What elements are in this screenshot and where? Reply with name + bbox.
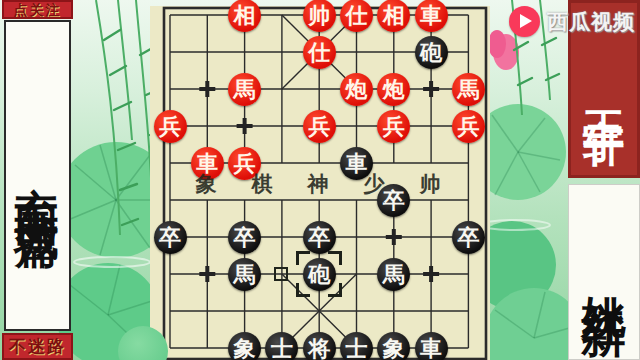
piece-red-soldier[interactable]: 兵 [452, 110, 485, 143]
xigua-video-logo[interactable]: 西瓜视频 [509, 6, 635, 37]
piece-black-horse[interactable]: 馬 [228, 258, 261, 291]
river-watermark-char: 少 [360, 170, 388, 198]
logo-label: 西瓜视频 [547, 8, 635, 36]
piece-black-soldier[interactable]: 卒 [303, 221, 336, 254]
piece-black-cannon[interactable]: 砲 [303, 258, 336, 291]
piece-red-advisor[interactable]: 仕 [303, 36, 336, 69]
piece-black-cannon[interactable]: 砲 [415, 36, 448, 69]
series-title: 弃车围城篇 [6, 151, 69, 201]
black-player-box: 姚红新 [568, 184, 640, 360]
black-player-name: 姚红新 [574, 262, 634, 283]
river-watermark-char: 棋 [248, 170, 276, 198]
piece-red-soldier[interactable]: 兵 [377, 110, 410, 143]
piece-red-elephant[interactable]: 相 [377, 0, 410, 32]
piece-black-chariot[interactable]: 車 [415, 332, 448, 360]
no-lost-banner[interactable]: 不迷路 [2, 333, 73, 360]
piece-red-horse[interactable]: 馬 [452, 73, 485, 106]
follow-banner[interactable]: 点关注 [2, 0, 73, 19]
piece-red-chariot[interactable]: 車 [415, 0, 448, 32]
piece-red-soldier[interactable]: 兵 [154, 110, 187, 143]
river-watermark-char: 帅 [416, 170, 444, 198]
piece-red-cannon[interactable]: 炮 [340, 73, 373, 106]
piece-red-cannon[interactable]: 炮 [377, 73, 410, 106]
river-watermark-char: 神 [304, 170, 332, 198]
no-lost-banner-label: 不迷路 [9, 336, 66, 356]
piece-black-soldier[interactable]: 卒 [452, 221, 485, 254]
piece-black-king[interactable]: 将 [303, 332, 336, 360]
piece-black-soldier[interactable]: 卒 [228, 221, 261, 254]
piece-red-elephant[interactable]: 相 [228, 0, 261, 32]
piece-black-soldier[interactable]: 卒 [154, 221, 187, 254]
red-player-name: 王宇轩 [569, 79, 639, 100]
play-icon [520, 14, 532, 28]
piece-red-advisor[interactable]: 仕 [340, 0, 373, 32]
logo-circle [509, 6, 540, 37]
follow-banner-label: 点关注 [14, 2, 62, 18]
piece-black-advisor[interactable]: 士 [340, 332, 373, 360]
series-title-box: 弃车围城篇 [4, 20, 71, 331]
piece-red-horse[interactable]: 馬 [228, 73, 261, 106]
piece-red-king[interactable]: 帅 [303, 0, 336, 32]
xiangqi-board[interactable]: 相帅仕相車仕馬炮炮馬兵兵兵兵車兵砲車卒卒卒卒卒馬砲馬象士将士象車象棋神少帅 [150, 6, 490, 360]
river-watermark-char: 象 [192, 170, 220, 198]
piece-red-soldier[interactable]: 兵 [303, 110, 336, 143]
move-origin-marker [274, 267, 288, 281]
piece-black-horse[interactable]: 馬 [377, 258, 410, 291]
